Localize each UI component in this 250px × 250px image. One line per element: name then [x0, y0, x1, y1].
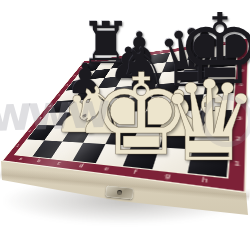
chess-piece-white-queen[interactable]: ♛: [159, 66, 250, 178]
chess-set-photo: aabbccddeeffgghh1122334455667788 ♜♟♟♟♞♛♚…: [0, 0, 250, 250]
